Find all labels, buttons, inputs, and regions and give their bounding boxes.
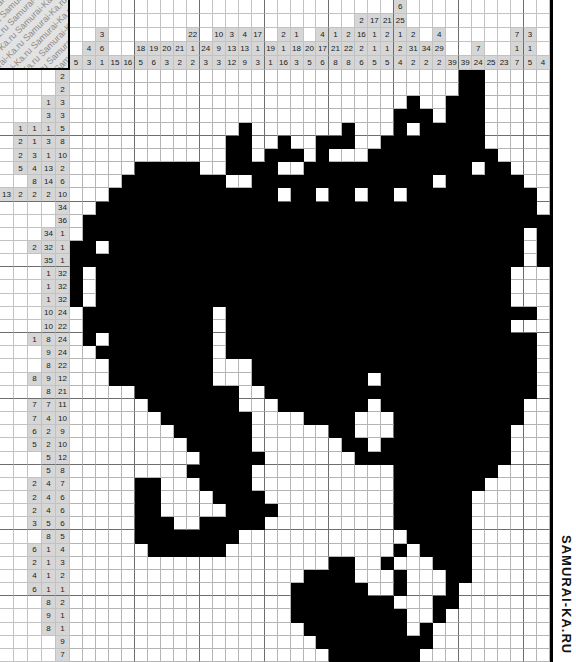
grid-cell-empty[interactable] — [485, 649, 498, 662]
grid-cell-filled[interactable] — [148, 228, 161, 241]
grid-cell-filled[interactable] — [472, 96, 485, 109]
grid-cell-empty[interactable] — [148, 149, 161, 162]
grid-cell-empty[interactable] — [252, 478, 265, 491]
grid-cell-filled[interactable] — [265, 307, 278, 320]
grid-cell-filled[interactable] — [433, 465, 446, 478]
grid-cell-empty[interactable] — [265, 636, 278, 649]
grid-cell-filled[interactable] — [394, 504, 407, 517]
grid-cell-empty[interactable] — [109, 399, 122, 412]
grid-cell-empty[interactable] — [381, 504, 394, 517]
grid-cell-empty[interactable] — [70, 478, 83, 491]
grid-cell-empty[interactable] — [278, 491, 291, 504]
grid-cell-filled[interactable] — [304, 346, 317, 359]
grid-cell-filled[interactable] — [394, 136, 407, 149]
grid-cell-filled[interactable] — [355, 215, 368, 228]
grid-cell-filled[interactable] — [304, 307, 317, 320]
grid-cell-filled[interactable] — [485, 149, 498, 162]
grid-cell-filled[interactable] — [174, 280, 187, 293]
grid-cell-empty[interactable] — [265, 452, 278, 465]
grid-cell-empty[interactable] — [252, 465, 265, 478]
grid-cell-empty[interactable] — [537, 320, 550, 333]
grid-cell-empty[interactable] — [135, 623, 148, 636]
grid-cell-empty[interactable] — [342, 504, 355, 517]
grid-cell-filled[interactable] — [459, 202, 472, 215]
grid-cell-empty[interactable] — [213, 320, 226, 333]
grid-cell-empty[interactable] — [174, 570, 187, 583]
grid-cell-filled[interactable] — [446, 465, 459, 478]
grid-cell-empty[interactable] — [96, 123, 109, 136]
grid-cell-empty[interactable] — [122, 162, 135, 175]
grid-cell-filled[interactable] — [135, 373, 148, 386]
grid-cell-empty[interactable] — [537, 438, 550, 451]
grid-cell-empty[interactable] — [278, 623, 291, 636]
grid-cell-filled[interactable] — [291, 254, 304, 267]
grid-cell-empty[interactable] — [459, 623, 472, 636]
grid-cell-filled[interactable] — [135, 504, 148, 517]
grid-cell-empty[interactable] — [524, 149, 537, 162]
grid-cell-filled[interactable] — [355, 162, 368, 175]
grid-cell-filled[interactable] — [459, 386, 472, 399]
grid-cell-filled[interactable] — [226, 267, 239, 280]
grid-cell-filled[interactable] — [472, 333, 485, 346]
grid-cell-empty[interactable] — [96, 504, 109, 517]
grid-cell-filled[interactable] — [407, 491, 420, 504]
grid-cell-filled[interactable] — [200, 373, 213, 386]
grid-cell-filled[interactable] — [420, 478, 433, 491]
grid-cell-filled[interactable] — [498, 202, 511, 215]
grid-cell-filled[interactable] — [355, 228, 368, 241]
grid-cell-filled[interactable] — [135, 530, 148, 543]
grid-cell-filled[interactable] — [498, 333, 511, 346]
grid-cell-filled[interactable] — [407, 254, 420, 267]
grid-cell-empty[interactable] — [355, 570, 368, 583]
grid-cell-filled[interactable] — [485, 254, 498, 267]
grid-cell-filled[interactable] — [265, 504, 278, 517]
grid-cell-empty[interactable] — [381, 583, 394, 596]
grid-cell-filled[interactable] — [368, 294, 381, 307]
grid-cell-filled[interactable] — [485, 175, 498, 188]
grid-cell-filled[interactable] — [511, 386, 524, 399]
grid-cell-empty[interactable] — [368, 557, 381, 570]
grid-cell-empty[interactable] — [70, 215, 83, 228]
grid-cell-filled[interactable] — [394, 202, 407, 215]
grid-cell-filled[interactable] — [252, 188, 265, 201]
grid-cell-empty[interactable] — [472, 504, 485, 517]
grid-cell-filled[interactable] — [187, 399, 200, 412]
grid-cell-empty[interactable] — [226, 570, 239, 583]
grid-cell-empty[interactable] — [200, 504, 213, 517]
grid-cell-empty[interactable] — [213, 504, 226, 517]
grid-cell-empty[interactable] — [278, 96, 291, 109]
grid-cell-filled[interactable] — [278, 333, 291, 346]
grid-cell-empty[interactable] — [420, 83, 433, 96]
grid-cell-empty[interactable] — [368, 465, 381, 478]
grid-cell-empty[interactable] — [213, 83, 226, 96]
grid-cell-filled[interactable] — [265, 267, 278, 280]
grid-cell-filled[interactable] — [446, 136, 459, 149]
grid-cell-empty[interactable] — [355, 425, 368, 438]
grid-cell-filled[interactable] — [70, 294, 83, 307]
grid-cell-filled[interactable] — [265, 386, 278, 399]
grid-cell-empty[interactable] — [498, 583, 511, 596]
grid-cell-empty[interactable] — [368, 412, 381, 425]
grid-cell-filled[interactable] — [200, 438, 213, 451]
grid-cell-filled[interactable] — [187, 386, 200, 399]
grid-cell-filled[interactable] — [381, 438, 394, 451]
grid-cell-filled[interactable] — [498, 241, 511, 254]
grid-cell-filled[interactable] — [407, 386, 420, 399]
grid-cell-empty[interactable] — [174, 583, 187, 596]
grid-cell-empty[interactable] — [96, 109, 109, 122]
grid-cell-empty[interactable] — [122, 491, 135, 504]
grid-cell-empty[interactable] — [70, 70, 83, 83]
grid-cell-filled[interactable] — [472, 123, 485, 136]
grid-cell-filled[interactable] — [252, 254, 265, 267]
grid-cell-empty[interactable] — [109, 504, 122, 517]
grid-cell-empty[interactable] — [368, 136, 381, 149]
grid-cell-empty[interactable] — [70, 162, 83, 175]
grid-cell-filled[interactable] — [381, 596, 394, 609]
grid-cell-filled[interactable] — [342, 649, 355, 662]
grid-cell-filled[interactable] — [420, 162, 433, 175]
grid-cell-filled[interactable] — [135, 241, 148, 254]
grid-cell-filled[interactable] — [213, 491, 226, 504]
grid-cell-empty[interactable] — [174, 596, 187, 609]
grid-cell-filled[interactable] — [472, 346, 485, 359]
grid-cell-filled[interactable] — [433, 412, 446, 425]
grid-cell-empty[interactable] — [83, 359, 96, 372]
grid-cell-filled[interactable] — [161, 162, 174, 175]
grid-cell-filled[interactable] — [316, 596, 329, 609]
grid-cell-filled[interactable] — [368, 359, 381, 372]
grid-cell-empty[interactable] — [70, 96, 83, 109]
grid-cell-filled[interactable] — [239, 254, 252, 267]
grid-cell-empty[interactable] — [498, 570, 511, 583]
grid-cell-filled[interactable] — [459, 70, 472, 83]
grid-cell-empty[interactable] — [498, 109, 511, 122]
grid-cell-filled[interactable] — [135, 478, 148, 491]
grid-cell-filled[interactable] — [407, 96, 420, 109]
grid-cell-filled[interactable] — [213, 215, 226, 228]
grid-cell-empty[interactable] — [213, 623, 226, 636]
grid-cell-empty[interactable] — [498, 465, 511, 478]
grid-cell-filled[interactable] — [239, 425, 252, 438]
grid-cell-empty[interactable] — [304, 96, 317, 109]
grid-cell-empty[interactable] — [291, 649, 304, 662]
grid-cell-empty[interactable] — [381, 70, 394, 83]
grid-cell-empty[interactable] — [109, 438, 122, 451]
grid-cell-filled[interactable] — [329, 373, 342, 386]
grid-cell-filled[interactable] — [316, 346, 329, 359]
grid-cell-filled[interactable] — [174, 399, 187, 412]
grid-cell-empty[interactable] — [70, 149, 83, 162]
grid-cell-filled[interactable] — [174, 307, 187, 320]
grid-cell-empty[interactable] — [83, 596, 96, 609]
grid-cell-empty[interactable] — [226, 583, 239, 596]
grid-cell-filled[interactable] — [187, 188, 200, 201]
grid-cell-empty[interactable] — [265, 478, 278, 491]
grid-cell-filled[interactable] — [459, 149, 472, 162]
grid-cell-filled[interactable] — [420, 241, 433, 254]
grid-cell-empty[interactable] — [511, 609, 524, 622]
grid-cell-empty[interactable] — [70, 452, 83, 465]
grid-cell-empty[interactable] — [109, 557, 122, 570]
grid-cell-filled[interactable] — [316, 202, 329, 215]
grid-cell-empty[interactable] — [498, 530, 511, 543]
grid-cell-filled[interactable] — [394, 636, 407, 649]
grid-cell-filled[interactable] — [316, 386, 329, 399]
grid-cell-empty[interactable] — [239, 386, 252, 399]
grid-cell-filled[interactable] — [187, 530, 200, 543]
grid-cell-filled[interactable] — [200, 254, 213, 267]
grid-cell-filled[interactable] — [226, 280, 239, 293]
grid-cell-empty[interactable] — [537, 452, 550, 465]
grid-cell-filled[interactable] — [291, 609, 304, 622]
grid-cell-filled[interactable] — [446, 333, 459, 346]
grid-cell-filled[interactable] — [213, 280, 226, 293]
grid-cell-filled[interactable] — [524, 359, 537, 372]
grid-cell-empty[interactable] — [524, 517, 537, 530]
grid-cell-empty[interactable] — [135, 583, 148, 596]
grid-cell-empty[interactable] — [109, 412, 122, 425]
grid-cell-filled[interactable] — [304, 583, 317, 596]
grid-cell-filled[interactable] — [187, 320, 200, 333]
grid-cell-filled[interactable] — [265, 333, 278, 346]
grid-cell-filled[interactable] — [278, 267, 291, 280]
grid-cell-empty[interactable] — [355, 491, 368, 504]
grid-cell-empty[interactable] — [342, 517, 355, 530]
grid-cell-filled[interactable] — [459, 307, 472, 320]
grid-cell-empty[interactable] — [368, 83, 381, 96]
grid-cell-empty[interactable] — [537, 333, 550, 346]
grid-cell-filled[interactable] — [109, 188, 122, 201]
grid-cell-empty[interactable] — [291, 530, 304, 543]
grid-cell-filled[interactable] — [498, 386, 511, 399]
grid-cell-empty[interactable] — [304, 478, 317, 491]
grid-cell-empty[interactable] — [148, 570, 161, 583]
grid-cell-filled[interactable] — [148, 504, 161, 517]
grid-cell-filled[interactable] — [433, 373, 446, 386]
grid-cell-filled[interactable] — [200, 215, 213, 228]
grid-cell-filled[interactable] — [252, 333, 265, 346]
grid-cell-filled[interactable] — [381, 452, 394, 465]
grid-cell-empty[interactable] — [96, 609, 109, 622]
grid-cell-filled[interactable] — [446, 373, 459, 386]
grid-cell-filled[interactable] — [122, 280, 135, 293]
grid-cell-empty[interactable] — [368, 123, 381, 136]
grid-cell-empty[interactable] — [70, 188, 83, 201]
grid-cell-filled[interactable] — [291, 307, 304, 320]
grid-cell-filled[interactable] — [265, 294, 278, 307]
grid-cell-empty[interactable] — [161, 491, 174, 504]
grid-cell-empty[interactable] — [122, 636, 135, 649]
grid-cell-filled[interactable] — [407, 175, 420, 188]
grid-cell-filled[interactable] — [511, 228, 524, 241]
grid-cell-filled[interactable] — [394, 149, 407, 162]
grid-cell-filled[interactable] — [239, 307, 252, 320]
grid-cell-filled[interactable] — [174, 202, 187, 215]
grid-cell-empty[interactable] — [213, 162, 226, 175]
grid-cell-empty[interactable] — [96, 399, 109, 412]
grid-cell-empty[interactable] — [265, 623, 278, 636]
grid-cell-filled[interactable] — [407, 267, 420, 280]
grid-cell-filled[interactable] — [433, 544, 446, 557]
grid-cell-empty[interactable] — [213, 373, 226, 386]
grid-cell-empty[interactable] — [187, 96, 200, 109]
grid-cell-filled[interactable] — [329, 333, 342, 346]
grid-cell-filled[interactable] — [252, 491, 265, 504]
grid-cell-filled[interactable] — [394, 399, 407, 412]
grid-cell-filled[interactable] — [200, 294, 213, 307]
grid-cell-filled[interactable] — [459, 465, 472, 478]
grid-cell-empty[interactable] — [498, 123, 511, 136]
grid-cell-filled[interactable] — [252, 359, 265, 372]
grid-cell-filled[interactable] — [213, 267, 226, 280]
grid-cell-empty[interactable] — [96, 96, 109, 109]
grid-cell-empty[interactable] — [316, 517, 329, 530]
grid-cell-empty[interactable] — [316, 557, 329, 570]
grid-cell-filled[interactable] — [291, 320, 304, 333]
grid-cell-empty[interactable] — [511, 570, 524, 583]
grid-cell-filled[interactable] — [368, 188, 381, 201]
grid-cell-filled[interactable] — [122, 320, 135, 333]
grid-cell-empty[interactable] — [381, 123, 394, 136]
grid-cell-empty[interactable] — [252, 386, 265, 399]
grid-cell-filled[interactable] — [446, 452, 459, 465]
grid-cell-empty[interactable] — [70, 307, 83, 320]
grid-cell-filled[interactable] — [213, 425, 226, 438]
grid-cell-filled[interactable] — [122, 294, 135, 307]
grid-cell-empty[interactable] — [239, 596, 252, 609]
grid-cell-empty[interactable] — [524, 465, 537, 478]
grid-cell-filled[interactable] — [187, 175, 200, 188]
grid-cell-filled[interactable] — [394, 425, 407, 438]
grid-cell-empty[interactable] — [174, 452, 187, 465]
grid-cell-empty[interactable] — [394, 557, 407, 570]
grid-cell-empty[interactable] — [109, 583, 122, 596]
grid-cell-filled[interactable] — [226, 425, 239, 438]
grid-cell-empty[interactable] — [407, 557, 420, 570]
grid-cell-filled[interactable] — [226, 149, 239, 162]
grid-cell-empty[interactable] — [278, 188, 291, 201]
grid-cell-filled[interactable] — [420, 175, 433, 188]
grid-cell-empty[interactable] — [524, 162, 537, 175]
grid-cell-filled[interactable] — [498, 452, 511, 465]
grid-cell-empty[interactable] — [394, 96, 407, 109]
grid-cell-filled[interactable] — [433, 188, 446, 201]
grid-cell-empty[interactable] — [537, 149, 550, 162]
grid-cell-empty[interactable] — [109, 478, 122, 491]
grid-cell-filled[interactable] — [394, 623, 407, 636]
grid-cell-filled[interactable] — [316, 149, 329, 162]
grid-cell-filled[interactable] — [187, 346, 200, 359]
grid-cell-empty[interactable] — [83, 267, 96, 280]
grid-cell-empty[interactable] — [291, 109, 304, 122]
grid-cell-filled[interactable] — [304, 228, 317, 241]
grid-cell-filled[interactable] — [291, 241, 304, 254]
grid-cell-filled[interactable] — [239, 294, 252, 307]
grid-cell-empty[interactable] — [122, 399, 135, 412]
grid-cell-empty[interactable] — [291, 478, 304, 491]
grid-cell-empty[interactable] — [304, 83, 317, 96]
grid-cell-filled[interactable] — [291, 346, 304, 359]
grid-cell-filled[interactable] — [472, 109, 485, 122]
grid-cell-empty[interactable] — [433, 96, 446, 109]
grid-cell-empty[interactable] — [239, 96, 252, 109]
grid-cell-filled[interactable] — [433, 202, 446, 215]
grid-cell-filled[interactable] — [239, 346, 252, 359]
grid-cell-empty[interactable] — [200, 596, 213, 609]
grid-cell-empty[interactable] — [329, 149, 342, 162]
grid-cell-filled[interactable] — [70, 267, 83, 280]
grid-cell-empty[interactable] — [316, 504, 329, 517]
grid-cell-empty[interactable] — [537, 175, 550, 188]
grid-cell-filled[interactable] — [472, 175, 485, 188]
grid-cell-filled[interactable] — [485, 307, 498, 320]
grid-cell-empty[interactable] — [252, 438, 265, 451]
grid-cell-filled[interactable] — [433, 346, 446, 359]
grid-cell-empty[interactable] — [291, 452, 304, 465]
grid-cell-filled[interactable] — [472, 228, 485, 241]
grid-cell-empty[interactable] — [291, 544, 304, 557]
grid-cell-filled[interactable] — [122, 254, 135, 267]
grid-cell-filled[interactable] — [316, 320, 329, 333]
grid-cell-filled[interactable] — [342, 202, 355, 215]
grid-cell-filled[interactable] — [446, 596, 459, 609]
grid-cell-filled[interactable] — [96, 346, 109, 359]
grid-cell-filled[interactable] — [433, 307, 446, 320]
grid-cell-filled[interactable] — [161, 517, 174, 530]
grid-cell-empty[interactable] — [70, 557, 83, 570]
grid-cell-filled[interactable] — [122, 188, 135, 201]
grid-cell-filled[interactable] — [109, 228, 122, 241]
grid-cell-filled[interactable] — [524, 202, 537, 215]
grid-cell-filled[interactable] — [135, 202, 148, 215]
grid-cell-filled[interactable] — [83, 228, 96, 241]
grid-cell-empty[interactable] — [213, 123, 226, 136]
grid-cell-filled[interactable] — [161, 386, 174, 399]
grid-cell-empty[interactable] — [511, 636, 524, 649]
grid-cell-filled[interactable] — [472, 412, 485, 425]
grid-cell-filled[interactable] — [135, 175, 148, 188]
grid-cell-filled[interactable] — [226, 228, 239, 241]
grid-cell-filled[interactable] — [355, 386, 368, 399]
grid-cell-empty[interactable] — [291, 517, 304, 530]
grid-cell-filled[interactable] — [278, 280, 291, 293]
grid-cell-filled[interactable] — [122, 228, 135, 241]
grid-cell-empty[interactable] — [472, 596, 485, 609]
grid-cell-filled[interactable] — [148, 175, 161, 188]
grid-cell-filled[interactable] — [200, 359, 213, 372]
grid-cell-empty[interactable] — [537, 280, 550, 293]
grid-cell-filled[interactable] — [381, 307, 394, 320]
grid-cell-filled[interactable] — [355, 267, 368, 280]
grid-cell-empty[interactable] — [187, 123, 200, 136]
grid-cell-empty[interactable] — [524, 294, 537, 307]
grid-cell-filled[interactable] — [329, 557, 342, 570]
grid-cell-filled[interactable] — [394, 346, 407, 359]
grid-cell-empty[interactable] — [83, 452, 96, 465]
grid-cell-filled[interactable] — [433, 149, 446, 162]
grid-cell-empty[interactable] — [148, 465, 161, 478]
grid-cell-filled[interactable] — [213, 241, 226, 254]
grid-cell-filled[interactable] — [316, 228, 329, 241]
grid-cell-filled[interactable] — [135, 386, 148, 399]
grid-cell-filled[interactable] — [278, 202, 291, 215]
grid-cell-empty[interactable] — [252, 70, 265, 83]
grid-cell-empty[interactable] — [252, 399, 265, 412]
grid-cell-empty[interactable] — [226, 596, 239, 609]
